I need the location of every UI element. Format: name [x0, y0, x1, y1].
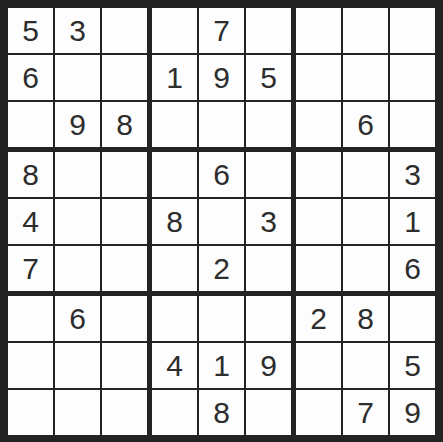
cell-r3c1[interactable] [8, 102, 53, 147]
cell-r6c3[interactable] [102, 246, 147, 291]
cell-r3c2: 9 [55, 102, 100, 147]
cell-r4c5: 6 [199, 152, 244, 197]
box-8: 4198 [152, 296, 291, 435]
cell-r1c2: 3 [55, 8, 100, 53]
box-7: 6 [8, 296, 147, 435]
cell-r9c1[interactable] [8, 390, 53, 435]
cell-r1c1: 5 [8, 8, 53, 53]
cell-r5c8[interactable] [343, 199, 388, 244]
cell-r3c4[interactable] [152, 102, 197, 147]
cell-r7c6[interactable] [246, 296, 291, 341]
cell-r8c2[interactable] [55, 343, 100, 388]
cell-r6c4[interactable] [152, 246, 197, 291]
cell-r5c2[interactable] [55, 199, 100, 244]
cell-r9c9: 9 [390, 390, 435, 435]
cell-r7c2: 6 [55, 296, 100, 341]
cell-r4c8[interactable] [343, 152, 388, 197]
cell-r8c1[interactable] [8, 343, 53, 388]
cell-r9c8: 7 [343, 390, 388, 435]
cell-r2c8[interactable] [343, 55, 388, 100]
cell-r7c5[interactable] [199, 296, 244, 341]
cell-r5c5[interactable] [199, 199, 244, 244]
box-2: 7195 [152, 8, 291, 147]
cell-r8c5: 1 [199, 343, 244, 388]
cell-r6c6[interactable] [246, 246, 291, 291]
cell-r5c6: 3 [246, 199, 291, 244]
cell-r8c8[interactable] [343, 343, 388, 388]
cell-r6c5: 2 [199, 246, 244, 291]
cell-r6c9: 6 [390, 246, 435, 291]
cell-r3c6[interactable] [246, 102, 291, 147]
cell-r5c1: 4 [8, 199, 53, 244]
cell-r7c9[interactable] [390, 296, 435, 341]
cell-r2c2[interactable] [55, 55, 100, 100]
cell-r7c7: 2 [296, 296, 341, 341]
cell-r9c2[interactable] [55, 390, 100, 435]
cell-r5c9: 1 [390, 199, 435, 244]
cell-r2c7[interactable] [296, 55, 341, 100]
box-4: 847 [8, 152, 147, 291]
cell-r3c3: 8 [102, 102, 147, 147]
cell-r8c3[interactable] [102, 343, 147, 388]
box-3: 6 [296, 8, 435, 147]
cell-r2c4: 1 [152, 55, 197, 100]
cell-r1c4[interactable] [152, 8, 197, 53]
cell-r9c3[interactable] [102, 390, 147, 435]
cell-r9c6[interactable] [246, 390, 291, 435]
cell-r6c1: 7 [8, 246, 53, 291]
cell-r4c9: 3 [390, 152, 435, 197]
cell-r9c5: 8 [199, 390, 244, 435]
cell-r3c9[interactable] [390, 102, 435, 147]
cell-r8c6: 9 [246, 343, 291, 388]
cell-r2c9[interactable] [390, 55, 435, 100]
cell-r2c3[interactable] [102, 55, 147, 100]
sudoku-board: 536987195684768323166419828579 [0, 0, 443, 442]
cell-r7c8: 8 [343, 296, 388, 341]
cell-r1c7[interactable] [296, 8, 341, 53]
cell-r4c3[interactable] [102, 152, 147, 197]
cell-r1c3[interactable] [102, 8, 147, 53]
box-1: 53698 [8, 8, 147, 147]
cell-r7c4[interactable] [152, 296, 197, 341]
cell-r5c4: 8 [152, 199, 197, 244]
cell-r7c1[interactable] [8, 296, 53, 341]
cell-r6c7[interactable] [296, 246, 341, 291]
cell-r4c6[interactable] [246, 152, 291, 197]
cell-r9c7[interactable] [296, 390, 341, 435]
cell-r1c9[interactable] [390, 8, 435, 53]
cell-r5c3[interactable] [102, 199, 147, 244]
cell-r1c5: 7 [199, 8, 244, 53]
cell-r3c8: 6 [343, 102, 388, 147]
cell-r8c9: 5 [390, 343, 435, 388]
box-9: 28579 [296, 296, 435, 435]
cell-r8c7[interactable] [296, 343, 341, 388]
cell-r3c7[interactable] [296, 102, 341, 147]
cell-r2c1: 6 [8, 55, 53, 100]
cell-r5c7[interactable] [296, 199, 341, 244]
cell-r6c2[interactable] [55, 246, 100, 291]
cell-r4c7[interactable] [296, 152, 341, 197]
cell-r6c8[interactable] [343, 246, 388, 291]
box-6: 316 [296, 152, 435, 291]
cell-r4c1: 8 [8, 152, 53, 197]
cell-r8c4: 4 [152, 343, 197, 388]
cell-r2c6: 5 [246, 55, 291, 100]
cell-r3c5[interactable] [199, 102, 244, 147]
cell-r9c4[interactable] [152, 390, 197, 435]
cell-r2c5: 9 [199, 55, 244, 100]
cell-r7c3[interactable] [102, 296, 147, 341]
box-5: 6832 [152, 152, 291, 291]
cell-r4c4[interactable] [152, 152, 197, 197]
cell-r4c2[interactable] [55, 152, 100, 197]
cell-r1c8[interactable] [343, 8, 388, 53]
cell-r1c6[interactable] [246, 8, 291, 53]
